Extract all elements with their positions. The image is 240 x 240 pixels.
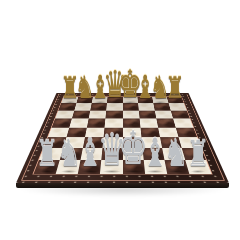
- square-e8: [123, 97, 138, 104]
- square-f1: [143, 160, 167, 174]
- square-d4: [104, 127, 123, 137]
- square-h2: [182, 148, 206, 160]
- square-f4: [140, 127, 160, 137]
- square-d1: [100, 160, 122, 174]
- square-h6: [171, 111, 190, 119]
- square-h4: [176, 127, 197, 137]
- square-h8: [167, 97, 184, 104]
- chess-board: [16, 93, 229, 183]
- square-f6: [139, 111, 157, 119]
- square-h3: [178, 137, 201, 148]
- square-d5: [105, 119, 123, 128]
- square-c2: [81, 148, 103, 160]
- square-h1: [185, 160, 211, 174]
- square-b7: [74, 103, 91, 110]
- square-e7: [123, 103, 139, 110]
- square-d7: [106, 103, 122, 110]
- square-b4: [67, 127, 88, 137]
- square-e2: [123, 148, 144, 160]
- square-e6: [123, 111, 140, 119]
- chessboard-scene: [16, 0, 229, 183]
- square-e1: [123, 160, 145, 174]
- square-b5: [69, 119, 88, 128]
- square-f8: [137, 97, 153, 104]
- square-c7: [90, 103, 107, 110]
- square-h7: [169, 103, 187, 110]
- square-d2: [102, 148, 123, 160]
- square-c6: [89, 111, 107, 119]
- square-c8: [92, 97, 108, 104]
- square-c4: [85, 127, 105, 137]
- square-c1: [78, 160, 102, 174]
- square-f2: [142, 148, 164, 160]
- square-f5: [139, 119, 158, 128]
- square-h5: [173, 119, 193, 128]
- square-e5: [123, 119, 141, 128]
- board-grid: [34, 97, 212, 174]
- board-shadow: [18, 187, 227, 197]
- square-b1: [56, 160, 81, 174]
- square-e4: [123, 127, 142, 137]
- square-d6: [106, 111, 123, 119]
- square-f7: [138, 103, 155, 110]
- square-f3: [141, 137, 162, 148]
- square-e3: [123, 137, 143, 148]
- square-c3: [83, 137, 104, 148]
- square-b8: [76, 97, 93, 104]
- square-b6: [72, 111, 90, 119]
- square-c5: [87, 119, 106, 128]
- square-d8: [107, 97, 122, 104]
- square-b2: [60, 148, 83, 160]
- square-b3: [63, 137, 85, 148]
- square-d3: [103, 137, 123, 148]
